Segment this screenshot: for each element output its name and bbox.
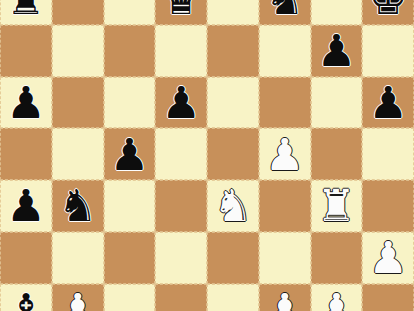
square-a6[interactable]: ♟ xyxy=(0,77,52,129)
square-g8[interactable] xyxy=(311,0,363,25)
square-d7[interactable] xyxy=(155,25,207,77)
square-f2[interactable]: ♟ xyxy=(259,284,311,311)
square-d3[interactable] xyxy=(155,232,207,284)
piece-black-king-h8[interactable]: ♚ xyxy=(368,0,407,24)
piece-black-pawn-c5[interactable]: ♟ xyxy=(110,129,149,180)
piece-white-pawn-g2[interactable]: ♟ xyxy=(317,284,356,311)
square-d6[interactable]: ♟ xyxy=(155,77,207,129)
square-a8[interactable]: ♜ xyxy=(0,0,52,25)
piece-black-rook-a8[interactable]: ♜ xyxy=(6,0,45,24)
square-h2[interactable] xyxy=(362,284,414,311)
square-c8[interactable] xyxy=(104,0,156,25)
piece-black-bishop-a2[interactable]: ♝ xyxy=(6,284,45,311)
piece-black-pawn-g7[interactable]: ♟ xyxy=(317,25,356,76)
square-c5[interactable]: ♟ xyxy=(104,128,156,180)
square-a4[interactable]: ♟ xyxy=(0,180,52,232)
square-g4[interactable]: ♜ xyxy=(311,180,363,232)
square-e3[interactable] xyxy=(207,232,259,284)
square-h5[interactable] xyxy=(362,128,414,180)
square-a7[interactable] xyxy=(0,25,52,77)
square-f3[interactable] xyxy=(259,232,311,284)
square-d5[interactable] xyxy=(155,128,207,180)
square-h6[interactable]: ♟ xyxy=(362,77,414,129)
square-a2[interactable]: ♝ xyxy=(0,284,52,311)
square-c4[interactable] xyxy=(104,180,156,232)
square-d4[interactable] xyxy=(155,180,207,232)
square-b4[interactable]: ♞ xyxy=(52,180,104,232)
square-f4[interactable] xyxy=(259,180,311,232)
square-e8[interactable] xyxy=(207,0,259,25)
square-e7[interactable] xyxy=(207,25,259,77)
square-h3[interactable]: ♟ xyxy=(362,232,414,284)
piece-white-rook-g4[interactable]: ♜ xyxy=(317,180,356,231)
chess-board-viewport: ♜♛♞♚♟♟♟♟♟♟♟♞♞♜♟♝♟♟♟ xyxy=(0,0,414,311)
square-e2[interactable] xyxy=(207,284,259,311)
piece-black-knight-b4[interactable]: ♞ xyxy=(58,180,97,231)
square-g2[interactable]: ♟ xyxy=(311,284,363,311)
square-e6[interactable] xyxy=(207,77,259,129)
piece-white-pawn-b2[interactable]: ♟ xyxy=(58,284,97,311)
square-c3[interactable] xyxy=(104,232,156,284)
piece-white-pawn-h3[interactable]: ♟ xyxy=(368,232,407,283)
piece-white-knight-e4[interactable]: ♞ xyxy=(213,180,252,231)
square-d2[interactable] xyxy=(155,284,207,311)
square-g5[interactable] xyxy=(311,128,363,180)
square-b5[interactable] xyxy=(52,128,104,180)
square-f8[interactable]: ♞ xyxy=(259,0,311,25)
square-h7[interactable] xyxy=(362,25,414,77)
square-c6[interactable] xyxy=(104,77,156,129)
piece-white-pawn-f2[interactable]: ♟ xyxy=(265,284,304,311)
square-f7[interactable] xyxy=(259,25,311,77)
square-b6[interactable] xyxy=(52,77,104,129)
piece-white-pawn-f5[interactable]: ♟ xyxy=(265,129,304,180)
square-a3[interactable] xyxy=(0,232,52,284)
square-b7[interactable] xyxy=(52,25,104,77)
piece-black-pawn-a6[interactable]: ♟ xyxy=(6,77,45,128)
square-b8[interactable] xyxy=(52,0,104,25)
piece-black-pawn-h6[interactable]: ♟ xyxy=(368,77,407,128)
square-h8[interactable]: ♚ xyxy=(362,0,414,25)
chess-board: ♜♛♞♚♟♟♟♟♟♟♟♞♞♜♟♝♟♟♟ xyxy=(0,0,414,311)
square-h4[interactable] xyxy=(362,180,414,232)
square-f5[interactable]: ♟ xyxy=(259,128,311,180)
square-g6[interactable] xyxy=(311,77,363,129)
square-c7[interactable] xyxy=(104,25,156,77)
square-c2[interactable] xyxy=(104,284,156,311)
piece-black-pawn-d6[interactable]: ♟ xyxy=(161,77,200,128)
square-d8[interactable]: ♛ xyxy=(155,0,207,25)
piece-black-queen-d8[interactable]: ♛ xyxy=(161,0,200,24)
piece-black-pawn-a4[interactable]: ♟ xyxy=(6,180,45,231)
square-b2[interactable]: ♟ xyxy=(52,284,104,311)
square-b3[interactable] xyxy=(52,232,104,284)
square-e5[interactable] xyxy=(207,128,259,180)
square-g7[interactable]: ♟ xyxy=(311,25,363,77)
square-a5[interactable] xyxy=(0,128,52,180)
square-f6[interactable] xyxy=(259,77,311,129)
piece-black-knight-f8[interactable]: ♞ xyxy=(265,0,304,24)
square-g3[interactable] xyxy=(311,232,363,284)
square-e4[interactable]: ♞ xyxy=(207,180,259,232)
